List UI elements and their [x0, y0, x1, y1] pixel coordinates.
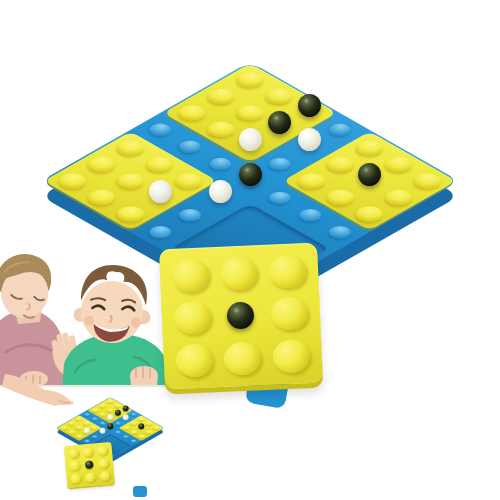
cross-pop-bump: [91, 435, 99, 440]
cross-pop-bump: [145, 121, 176, 139]
cross-pop-bump: [264, 189, 295, 207]
cross-pop-bump: [264, 155, 295, 173]
pop-bump: [82, 447, 94, 458]
pop-bump: [69, 461, 81, 472]
loose-panel-cell: [169, 338, 219, 383]
mini-loose-panel: [64, 442, 115, 488]
pop-bump: [68, 448, 80, 459]
loose-panel-cell: [218, 336, 268, 381]
cross-pop-bump: [294, 206, 325, 224]
pop-bump: [269, 254, 307, 289]
loose-panel-cell: [216, 294, 266, 339]
pop-bump: [351, 203, 389, 225]
pop-bump: [97, 445, 109, 456]
pop-bump: [409, 170, 447, 192]
loose-panel: [159, 243, 323, 390]
pop-bump: [380, 187, 418, 209]
pop-bump: [224, 341, 262, 376]
cross-pop-bump: [324, 223, 355, 241]
loose-panel-cell: [266, 334, 316, 379]
cross-pop-bump: [175, 138, 206, 156]
pop-bump: [98, 458, 110, 469]
pop-bump: [270, 297, 308, 332]
cross-pop-bump: [114, 421, 122, 426]
loose-panel-cell: [214, 251, 264, 296]
cross-pop-bump: [175, 206, 206, 224]
pop-bump: [111, 203, 149, 225]
loose-panel-cell: [167, 296, 217, 341]
cross-pop-bump: [129, 412, 137, 417]
child-right-table-hand: [130, 366, 158, 386]
loose-panel-cell: [97, 469, 113, 483]
pop-bump: [272, 339, 310, 374]
mini-board-foot: [133, 486, 147, 497]
pop-bump: [170, 170, 208, 192]
cross-pop-bump: [324, 121, 355, 139]
loose-panel-cell: [83, 471, 99, 485]
loose-panel-grid: [159, 243, 323, 390]
pop-bump: [99, 471, 111, 482]
loose-panel-cell: [263, 249, 313, 294]
black-marble: [227, 302, 255, 330]
cross-pop-bump: [205, 155, 236, 173]
pop-bump: [70, 473, 82, 484]
pop-bump: [171, 258, 209, 293]
loose-panel-grid: [64, 442, 115, 488]
pointing-hand: [0, 350, 85, 406]
pop-bump: [85, 472, 97, 483]
loose-panel-cell: [165, 253, 215, 298]
pop-bump: [175, 343, 213, 378]
pop-bump: [173, 301, 211, 336]
product-photo-scene: [0, 0, 500, 500]
pop-bump: [220, 256, 258, 291]
loose-panel-cell: [264, 291, 314, 336]
cross-pop-bump: [145, 223, 176, 241]
loose-panel-cell: [68, 472, 84, 486]
black-marble: [85, 460, 94, 469]
cross-pop-bump: [129, 439, 137, 444]
